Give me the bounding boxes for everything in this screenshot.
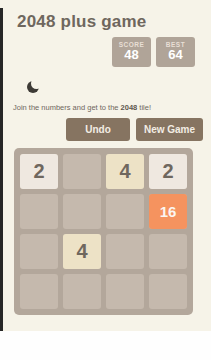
board-cell: 2 [20, 154, 58, 189]
game-instructions: Join the numbers and get to the 2048 til… [13, 103, 199, 112]
board-cell [106, 194, 144, 229]
app-container: 2048 plus game SCORE 48 BEST 64 Join the… [0, 0, 211, 331]
theme-toggle-button[interactable] [27, 80, 41, 94]
board-cell [20, 194, 58, 229]
instructions-highlight: 2048 [121, 103, 138, 112]
moon-icon-cutout [31, 78, 42, 89]
score-box: SCORE 48 [112, 37, 151, 67]
board-cell [63, 194, 101, 229]
controls-row: Undo New Game [66, 118, 203, 141]
page-title: 2048 plus game [17, 12, 146, 32]
board-cell [20, 234, 58, 269]
tile-2: 2 [20, 154, 58, 189]
board-cell [63, 154, 101, 189]
board-cell [149, 274, 187, 309]
board-cell [106, 234, 144, 269]
best-box: BEST 64 [156, 37, 195, 67]
board-cell: 4 [63, 234, 101, 269]
board-cell: 4 [106, 154, 144, 189]
instructions-suffix: tile! [137, 103, 151, 112]
scoreboard: SCORE 48 BEST 64 [112, 37, 195, 67]
tile-16: 16 [149, 194, 187, 229]
tile-4: 4 [63, 234, 101, 269]
board-cell: 2 [149, 154, 187, 189]
tile-2: 2 [149, 154, 187, 189]
board-cell: 16 [149, 194, 187, 229]
instructions-prefix: Join the numbers and get to the [13, 103, 121, 112]
tile-4: 4 [106, 154, 144, 189]
board-cell [63, 274, 101, 309]
score-value: 48 [114, 48, 149, 63]
board-cell [20, 274, 58, 309]
screen-edge-artifact [0, 8, 3, 331]
bottom-margin-area [0, 331, 211, 360]
board-cell [106, 274, 144, 309]
best-value: 64 [158, 48, 193, 63]
screen: 2048 plus game SCORE 48 BEST 64 Join the… [0, 0, 211, 360]
board-cell [149, 234, 187, 269]
undo-button[interactable]: Undo [66, 118, 130, 141]
board[interactable]: 242164 [14, 148, 193, 315]
new-game-button[interactable]: New Game [136, 118, 203, 141]
